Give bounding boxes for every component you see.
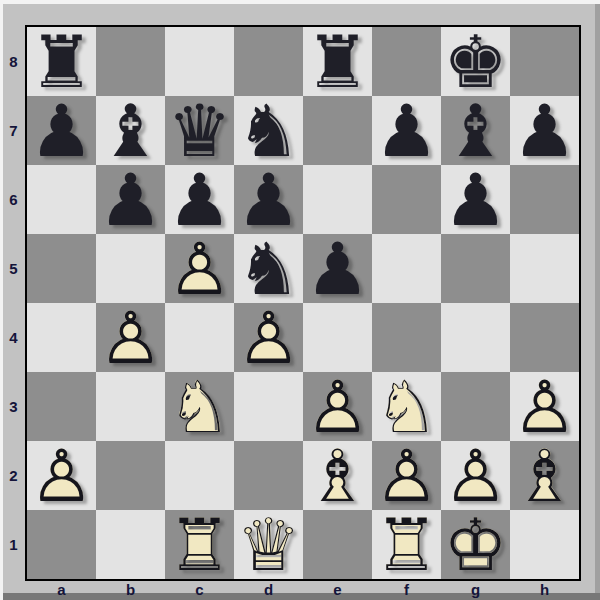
square-b6[interactable]: ♟ <box>96 165 165 234</box>
black-pawn-glyph: ♟ <box>510 97 579 166</box>
square-g8[interactable]: ♚ <box>441 27 510 96</box>
black-pawn-glyph: ♟ <box>372 97 441 166</box>
white-rook: ♜♖ <box>372 511 441 580</box>
black-knight-glyph: ♞ <box>234 235 303 304</box>
black-bishop: ♝ <box>441 97 510 166</box>
black-pawn-glyph: ♟ <box>234 166 303 235</box>
square-d2[interactable] <box>234 441 303 510</box>
white-pawn-glyph: ♟ <box>96 304 165 373</box>
white-pawn-outline-glyph: ♙ <box>441 442 510 511</box>
black-pawn-glyph: ♟ <box>96 166 165 235</box>
white-pawn-outline-glyph: ♙ <box>27 442 96 511</box>
black-bishop: ♝ <box>96 97 165 166</box>
black-bishop-glyph: ♝ <box>441 97 510 166</box>
white-pawn-glyph: ♟ <box>303 373 372 442</box>
white-king-glyph: ♚ <box>441 511 510 580</box>
white-pawn: ♟♙ <box>372 442 441 511</box>
black-rook: ♜ <box>27 28 96 97</box>
square-e7[interactable] <box>303 96 372 165</box>
square-a6[interactable] <box>27 165 96 234</box>
chess-board: ♜♜♚♟♝♛♞♟♝♟♟♟♟♟♟♙♞♟♟♙♟♙♞♘♟♙♞♘♟♙♟♙♝♗♟♙♟♙♝♗… <box>25 25 581 581</box>
rank-label-8: 8 <box>3 27 24 96</box>
rank-label-6: 6 <box>3 165 24 234</box>
white-bishop-glyph: ♝ <box>510 442 579 511</box>
square-b4[interactable]: ♟♙ <box>96 303 165 372</box>
square-d8[interactable] <box>234 27 303 96</box>
black-bishop-glyph: ♝ <box>96 97 165 166</box>
file-label-b: b <box>96 581 165 598</box>
square-d5[interactable]: ♞ <box>234 234 303 303</box>
black-knight: ♞ <box>234 235 303 304</box>
black-pawn: ♟ <box>372 97 441 166</box>
square-g4[interactable] <box>441 303 510 372</box>
white-knight: ♞♘ <box>372 373 441 442</box>
square-f1[interactable]: ♜♖ <box>372 510 441 579</box>
white-knight-outline-glyph: ♘ <box>165 373 234 442</box>
white-pawn-glyph: ♟ <box>372 442 441 511</box>
square-f6[interactable] <box>372 165 441 234</box>
black-knight-glyph: ♞ <box>234 97 303 166</box>
white-bishop-glyph: ♝ <box>303 442 372 511</box>
white-bishop-outline-glyph: ♗ <box>303 442 372 511</box>
square-g2[interactable]: ♟♙ <box>441 441 510 510</box>
file-label-f: f <box>372 581 441 598</box>
white-pawn-outline-glyph: ♙ <box>96 304 165 373</box>
square-c3[interactable]: ♞♘ <box>165 372 234 441</box>
square-h6[interactable] <box>510 165 579 234</box>
white-queen: ♛♕ <box>234 511 303 580</box>
rank-label-2: 2 <box>3 441 24 510</box>
square-a7[interactable]: ♟ <box>27 96 96 165</box>
white-king: ♚♔ <box>441 511 510 580</box>
white-pawn-glyph: ♟ <box>165 235 234 304</box>
file-label-a: a <box>27 581 96 598</box>
square-a4[interactable] <box>27 303 96 372</box>
white-pawn-outline-glyph: ♙ <box>303 373 372 442</box>
chess-diagram-panel: 87654321 ♜♜♚♟♝♛♞♟♝♟♟♟♟♟♟♙♞♟♟♙♟♙♞♘♟♙♞♘♟♙♟… <box>0 0 600 600</box>
black-knight: ♞ <box>234 97 303 166</box>
black-pawn: ♟ <box>303 235 372 304</box>
white-pawn-outline-glyph: ♙ <box>234 304 303 373</box>
white-pawn-glyph: ♟ <box>234 304 303 373</box>
black-pawn-glyph: ♟ <box>165 166 234 235</box>
square-f4[interactable] <box>372 303 441 372</box>
white-rook-glyph: ♜ <box>372 511 441 580</box>
square-c1[interactable]: ♜♖ <box>165 510 234 579</box>
square-b3[interactable] <box>96 372 165 441</box>
black-king: ♚ <box>441 28 510 97</box>
white-rook: ♜♖ <box>165 511 234 580</box>
white-pawn: ♟♙ <box>27 442 96 511</box>
white-rook-glyph: ♜ <box>165 511 234 580</box>
black-pawn: ♟ <box>234 166 303 235</box>
square-h2[interactable]: ♝♗ <box>510 441 579 510</box>
black-queen-glyph: ♛ <box>165 97 234 166</box>
black-rook-glyph: ♜ <box>303 28 372 97</box>
rank-label-7: 7 <box>3 96 24 165</box>
black-pawn: ♟ <box>510 97 579 166</box>
black-pawn-glyph: ♟ <box>303 235 372 304</box>
white-pawn-outline-glyph: ♙ <box>165 235 234 304</box>
white-king-outline-glyph: ♔ <box>441 511 510 580</box>
white-pawn: ♟♙ <box>165 235 234 304</box>
white-bishop: ♝♗ <box>510 442 579 511</box>
square-a1[interactable] <box>27 510 96 579</box>
black-queen: ♛ <box>165 97 234 166</box>
white-pawn: ♟♙ <box>510 373 579 442</box>
white-queen-glyph: ♛ <box>234 511 303 580</box>
square-d7[interactable]: ♞ <box>234 96 303 165</box>
file-label-e: e <box>303 581 372 598</box>
square-f3[interactable]: ♞♘ <box>372 372 441 441</box>
square-c4[interactable] <box>165 303 234 372</box>
square-c8[interactable] <box>165 27 234 96</box>
square-e1[interactable] <box>303 510 372 579</box>
white-pawn: ♟♙ <box>96 304 165 373</box>
rank-label-1: 1 <box>3 510 24 579</box>
white-pawn-outline-glyph: ♙ <box>372 442 441 511</box>
square-b7[interactable]: ♝ <box>96 96 165 165</box>
square-d1[interactable]: ♛♕ <box>234 510 303 579</box>
rank-label-4: 4 <box>3 303 24 372</box>
file-label-h: h <box>510 581 579 598</box>
white-pawn: ♟♙ <box>303 373 372 442</box>
white-queen-outline-glyph: ♕ <box>234 511 303 580</box>
white-knight-glyph: ♞ <box>372 373 441 442</box>
file-label-c: c <box>165 581 234 598</box>
square-b8[interactable] <box>96 27 165 96</box>
square-a8[interactable]: ♜ <box>27 27 96 96</box>
square-d6[interactable]: ♟ <box>234 165 303 234</box>
black-pawn: ♟ <box>165 166 234 235</box>
square-b2[interactable] <box>96 441 165 510</box>
square-g7[interactable]: ♝ <box>441 96 510 165</box>
black-rook-glyph: ♜ <box>27 28 96 97</box>
black-king-glyph: ♚ <box>441 28 510 97</box>
square-c2[interactable] <box>165 441 234 510</box>
black-pawn: ♟ <box>27 97 96 166</box>
square-h1[interactable] <box>510 510 579 579</box>
black-pawn-glyph: ♟ <box>441 166 510 235</box>
square-d4[interactable]: ♟♙ <box>234 303 303 372</box>
square-h3[interactable]: ♟♙ <box>510 372 579 441</box>
white-pawn-glyph: ♟ <box>510 373 579 442</box>
square-h4[interactable] <box>510 303 579 372</box>
white-pawn-outline-glyph: ♙ <box>510 373 579 442</box>
rank-label-3: 3 <box>3 372 24 441</box>
white-rook-outline-glyph: ♖ <box>165 511 234 580</box>
square-h8[interactable] <box>510 27 579 96</box>
square-g3[interactable] <box>441 372 510 441</box>
white-pawn-glyph: ♟ <box>27 442 96 511</box>
square-g6[interactable]: ♟ <box>441 165 510 234</box>
square-h7[interactable]: ♟ <box>510 96 579 165</box>
square-e2[interactable]: ♝♗ <box>303 441 372 510</box>
square-c5[interactable]: ♟♙ <box>165 234 234 303</box>
rank-labels: 87654321 <box>3 27 24 579</box>
square-a5[interactable] <box>27 234 96 303</box>
file-labels: abcdefgh <box>27 581 579 596</box>
white-pawn: ♟♙ <box>234 304 303 373</box>
black-pawn: ♟ <box>96 166 165 235</box>
file-label-g: g <box>441 581 510 598</box>
square-g1[interactable]: ♚♔ <box>441 510 510 579</box>
white-knight-glyph: ♞ <box>165 373 234 442</box>
square-b1[interactable] <box>96 510 165 579</box>
square-d3[interactable] <box>234 372 303 441</box>
square-e3[interactable]: ♟♙ <box>303 372 372 441</box>
black-pawn-glyph: ♟ <box>27 97 96 166</box>
square-b5[interactable] <box>96 234 165 303</box>
white-knight-outline-glyph: ♘ <box>372 373 441 442</box>
square-e8[interactable]: ♜ <box>303 27 372 96</box>
square-c7[interactable]: ♛ <box>165 96 234 165</box>
white-rook-outline-glyph: ♖ <box>372 511 441 580</box>
square-h5[interactable] <box>510 234 579 303</box>
file-label-d: d <box>234 581 303 598</box>
white-bishop: ♝♗ <box>303 442 372 511</box>
square-f2[interactable]: ♟♙ <box>372 441 441 510</box>
square-c6[interactable]: ♟ <box>165 165 234 234</box>
square-a3[interactable] <box>27 372 96 441</box>
white-bishop-outline-glyph: ♗ <box>510 442 579 511</box>
square-f8[interactable] <box>372 27 441 96</box>
rank-label-5: 5 <box>3 234 24 303</box>
black-rook: ♜ <box>303 28 372 97</box>
square-f5[interactable] <box>372 234 441 303</box>
square-e6[interactable] <box>303 165 372 234</box>
square-a2[interactable]: ♟♙ <box>27 441 96 510</box>
white-pawn: ♟♙ <box>441 442 510 511</box>
square-e5[interactable]: ♟ <box>303 234 372 303</box>
white-pawn-glyph: ♟ <box>441 442 510 511</box>
black-pawn: ♟ <box>441 166 510 235</box>
square-e4[interactable] <box>303 303 372 372</box>
square-f7[interactable]: ♟ <box>372 96 441 165</box>
square-g5[interactable] <box>441 234 510 303</box>
white-knight: ♞♘ <box>165 373 234 442</box>
